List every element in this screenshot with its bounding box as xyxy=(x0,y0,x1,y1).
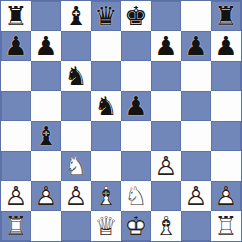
white-bishop[interactable]: ♝♗ xyxy=(151,211,181,241)
square-e3[interactable] xyxy=(121,151,151,181)
square-b4[interactable]: ♝ xyxy=(31,121,61,151)
square-b8[interactable] xyxy=(31,1,61,31)
square-b5[interactable] xyxy=(31,91,61,121)
square-g3[interactable] xyxy=(181,151,211,181)
black-pawn[interactable]: ♟ xyxy=(151,31,181,61)
square-h5[interactable] xyxy=(211,91,241,121)
square-a5[interactable] xyxy=(1,91,31,121)
white-knight[interactable]: ♞♘ xyxy=(121,181,151,211)
square-c7[interactable] xyxy=(61,31,91,61)
square-b7[interactable]: ♟ xyxy=(31,31,61,61)
square-e8[interactable]: ♚ xyxy=(121,1,151,31)
square-h4[interactable] xyxy=(211,121,241,151)
black-bishop[interactable]: ♝ xyxy=(31,121,61,151)
white-pawn[interactable]: ♟♙ xyxy=(61,181,91,211)
square-h2[interactable]: ♟♙ xyxy=(211,181,241,211)
square-a1[interactable]: ♜♖ xyxy=(1,211,31,241)
square-a7[interactable]: ♟ xyxy=(1,31,31,61)
white-bishop[interactable]: ♝♗ xyxy=(91,181,121,211)
square-e5[interactable]: ♟ xyxy=(121,91,151,121)
square-e6[interactable] xyxy=(121,61,151,91)
square-c8[interactable]: ♝ xyxy=(61,1,91,31)
square-d5[interactable]: ♞ xyxy=(91,91,121,121)
white-king[interactable]: ♚♔ xyxy=(121,211,151,241)
black-king[interactable]: ♚ xyxy=(121,1,151,31)
square-c2[interactable]: ♟♙ xyxy=(61,181,91,211)
white-knight[interactable]: ♞♘ xyxy=(61,151,91,181)
square-a6[interactable] xyxy=(1,61,31,91)
black-pawn[interactable]: ♟ xyxy=(31,31,61,61)
square-d7[interactable] xyxy=(91,31,121,61)
white-pawn[interactable]: ♟♙ xyxy=(31,181,61,211)
square-d8[interactable]: ♛ xyxy=(91,1,121,31)
square-e7[interactable] xyxy=(121,31,151,61)
piece-outline-layer: ♗ xyxy=(154,213,177,239)
square-g6[interactable] xyxy=(181,61,211,91)
piece-outline-layer: ♖ xyxy=(4,213,27,239)
square-g8[interactable] xyxy=(181,1,211,31)
square-a2[interactable]: ♟♙ xyxy=(1,181,31,211)
square-c5[interactable] xyxy=(61,91,91,121)
black-knight[interactable]: ♞ xyxy=(61,61,91,91)
square-c4[interactable] xyxy=(61,121,91,151)
square-a4[interactable] xyxy=(1,121,31,151)
square-c3[interactable]: ♞♘ xyxy=(61,151,91,181)
piece-outline-layer: ♕ xyxy=(94,213,117,239)
black-knight[interactable]: ♞ xyxy=(91,91,121,121)
square-g7[interactable]: ♟ xyxy=(181,31,211,61)
square-c6[interactable]: ♞ xyxy=(61,61,91,91)
white-pawn[interactable]: ♟♙ xyxy=(151,151,181,181)
square-f7[interactable]: ♟ xyxy=(151,31,181,61)
square-b6[interactable] xyxy=(31,61,61,91)
black-bishop[interactable]: ♝ xyxy=(61,1,91,31)
black-rook[interactable]: ♜ xyxy=(1,1,31,31)
square-f1[interactable]: ♝♗ xyxy=(151,211,181,241)
white-rook[interactable]: ♜♖ xyxy=(1,211,31,241)
square-d6[interactable] xyxy=(91,61,121,91)
black-queen[interactable]: ♛ xyxy=(91,1,121,31)
square-a3[interactable] xyxy=(1,151,31,181)
square-b3[interactable] xyxy=(31,151,61,181)
piece-outline-layer: ♙ xyxy=(4,183,27,209)
black-pawn[interactable]: ♟ xyxy=(181,31,211,61)
square-f6[interactable] xyxy=(151,61,181,91)
piece-outline-layer: ♗ xyxy=(94,183,117,209)
square-f2[interactable] xyxy=(151,181,181,211)
piece-outline-layer: ♙ xyxy=(214,183,237,209)
chess-board: ♜♝♛♚♜♟♟♟♟♟♞♞♟♝♞♘♟♙♟♙♟♙♟♙♝♗♞♘♟♙♟♙♜♖♛♕♚♔♝♗… xyxy=(0,0,242,242)
piece-outline-layer: ♙ xyxy=(34,183,57,209)
piece-outline-layer: ♘ xyxy=(64,153,87,179)
piece-outline-layer: ♔ xyxy=(124,213,147,239)
white-queen[interactable]: ♛♕ xyxy=(91,211,121,241)
white-pawn[interactable]: ♟♙ xyxy=(181,181,211,211)
square-h1[interactable]: ♜♖ xyxy=(211,211,241,241)
square-h8[interactable]: ♜ xyxy=(211,1,241,31)
square-e1[interactable]: ♚♔ xyxy=(121,211,151,241)
square-e2[interactable]: ♞♘ xyxy=(121,181,151,211)
square-d4[interactable] xyxy=(91,121,121,151)
square-g1[interactable] xyxy=(181,211,211,241)
square-h7[interactable]: ♟ xyxy=(211,31,241,61)
square-d2[interactable]: ♝♗ xyxy=(91,181,121,211)
black-pawn[interactable]: ♟ xyxy=(211,31,241,61)
piece-outline-layer: ♙ xyxy=(154,153,177,179)
square-g2[interactable]: ♟♙ xyxy=(181,181,211,211)
black-pawn[interactable]: ♟ xyxy=(121,91,151,121)
white-rook[interactable]: ♜♖ xyxy=(211,211,241,241)
square-a8[interactable]: ♜ xyxy=(1,1,31,31)
square-f4[interactable] xyxy=(151,121,181,151)
square-h6[interactable] xyxy=(211,61,241,91)
piece-outline-layer: ♙ xyxy=(64,183,87,209)
square-f5[interactable] xyxy=(151,91,181,121)
square-h3[interactable] xyxy=(211,151,241,181)
black-pawn[interactable]: ♟ xyxy=(1,31,31,61)
square-d1[interactable]: ♛♕ xyxy=(91,211,121,241)
square-g5[interactable] xyxy=(181,91,211,121)
piece-outline-layer: ♙ xyxy=(184,183,207,209)
square-e4[interactable] xyxy=(121,121,151,151)
square-f8[interactable] xyxy=(151,1,181,31)
piece-outline-layer: ♖ xyxy=(214,213,237,239)
square-f3[interactable]: ♟♙ xyxy=(151,151,181,181)
piece-outline-layer: ♘ xyxy=(124,183,147,209)
white-pawn[interactable]: ♟♙ xyxy=(1,181,31,211)
square-c1[interactable] xyxy=(61,211,91,241)
black-rook[interactable]: ♜ xyxy=(211,1,241,31)
white-pawn[interactable]: ♟♙ xyxy=(211,181,241,211)
square-d3[interactable] xyxy=(91,151,121,181)
square-b2[interactable]: ♟♙ xyxy=(31,181,61,211)
square-g4[interactable] xyxy=(181,121,211,151)
square-b1[interactable] xyxy=(31,211,61,241)
